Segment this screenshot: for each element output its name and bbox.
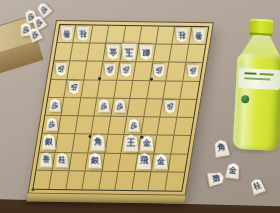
board-cell[interactable] <box>168 154 187 172</box>
shogi-board: 香桂桂香金玉銀歩歩歩歩歩歩歩歩歩歩歩歩銀角王金香桂銀飛金 ●･･････ <box>28 20 214 196</box>
shogi-piece-歩[interactable]: 歩 <box>98 100 110 113</box>
shogi-piece-歩[interactable]: 歩 <box>104 63 116 76</box>
shogi-piece-歩[interactable]: 歩 <box>120 64 132 77</box>
shogi-piece-香[interactable]: 香 <box>60 26 73 41</box>
board-cell[interactable] <box>171 136 190 154</box>
shogi-piece-歩[interactable]: 歩 <box>187 65 199 78</box>
shogi-piece-桂[interactable]: 桂 <box>76 26 89 41</box>
shogi-piece-歩[interactable]: 歩 <box>128 118 140 131</box>
shogi-piece-香[interactable]: 香 <box>39 153 52 168</box>
shogi-piece-銀[interactable]: 銀 <box>88 153 102 169</box>
shogi-piece-金[interactable]: 金 <box>106 44 120 60</box>
shogi-piece-玉[interactable]: 玉 <box>122 43 138 60</box>
board-cell[interactable] <box>174 118 193 136</box>
shogi-piece-歩[interactable]: 歩 <box>114 100 126 113</box>
shogi-piece-歩[interactable]: 歩 <box>49 99 61 112</box>
board-cell[interactable]: 歩 <box>183 63 202 81</box>
shogi-piece-歩[interactable]: 歩 <box>164 101 176 114</box>
board-cell[interactable] <box>177 100 196 118</box>
board-surface: 香桂桂香金玉銀歩歩歩歩歩歩歩歩歩歩歩歩銀角王金香桂銀飛金 ●･･････ <box>28 20 214 196</box>
board-cell[interactable] <box>180 81 199 99</box>
scene: 香桂桂香金玉銀歩歩歩歩歩歩歩歩歩歩歩歩銀角王金香桂銀飛金 ●･･････ 歩歩歩… <box>0 0 280 213</box>
shogi-piece-金[interactable]: 金 <box>154 154 168 170</box>
shogi-piece-桂[interactable]: 桂 <box>56 153 69 168</box>
board-cell[interactable] <box>186 45 205 63</box>
bottle-cap <box>250 18 274 36</box>
captured-piece-桂[interactable]: 桂 <box>249 177 266 195</box>
shogi-piece-歩[interactable]: 歩 <box>153 64 165 77</box>
shogi-piece-歩[interactable]: 歩 <box>46 117 58 130</box>
board-cell[interactable]: 香 <box>189 27 208 45</box>
shogi-piece-飛[interactable]: 飛 <box>137 153 152 170</box>
shogi-piece-歩[interactable]: 歩 <box>55 63 67 76</box>
drink-bottle <box>232 15 280 153</box>
maker-stamp: ●･･････ <box>31 187 49 192</box>
captured-piece-金[interactable]: 金 <box>225 162 241 179</box>
shogi-piece-歩[interactable]: 歩 <box>68 81 80 94</box>
shogi-piece-桂[interactable]: 桂 <box>175 27 188 42</box>
shogi-piece-角[interactable]: 角 <box>91 134 106 151</box>
shogi-piece-銀[interactable]: 銀 <box>139 44 153 60</box>
shogi-piece-香[interactable]: 香 <box>192 27 205 42</box>
shogi-piece-銀[interactable]: 銀 <box>42 134 56 150</box>
board-cell[interactable] <box>165 172 184 190</box>
captured-piece-銀[interactable]: 銀 <box>207 171 225 187</box>
board-grid: 香桂桂香金玉銀歩歩歩歩歩歩歩歩歩歩歩歩銀角王金香桂銀飛金 <box>32 24 209 192</box>
shogi-piece-王[interactable]: 王 <box>123 134 139 151</box>
